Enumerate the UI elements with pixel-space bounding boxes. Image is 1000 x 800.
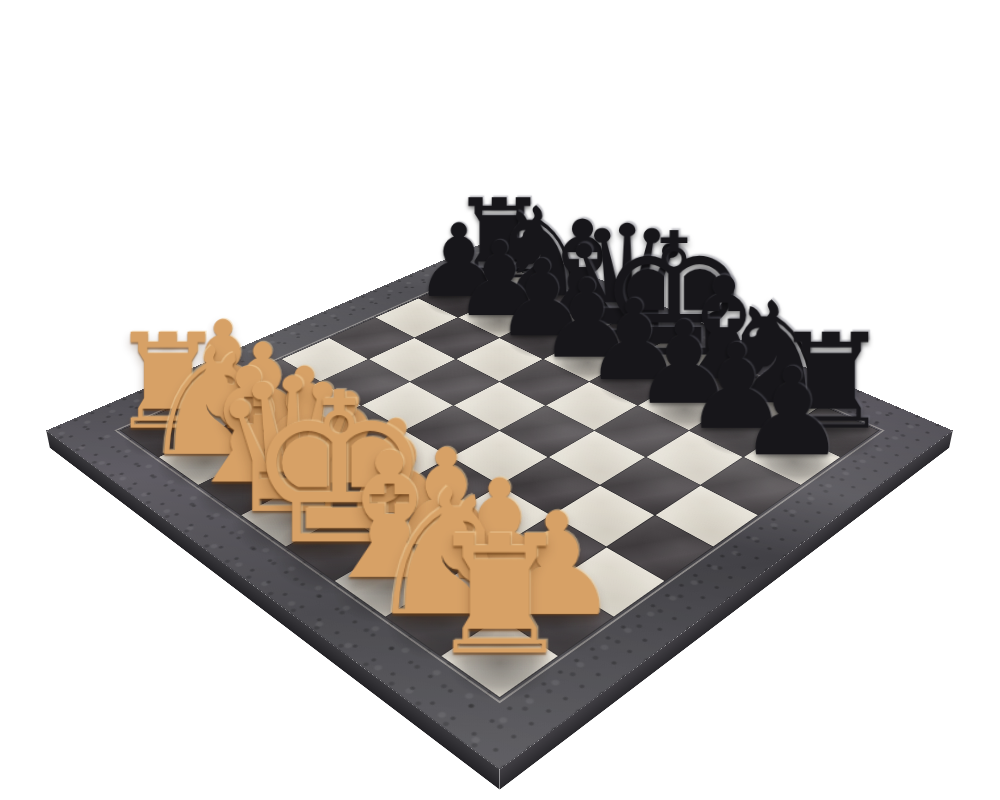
piece-white-rook-h1: ♜: [335, 513, 664, 678]
product-photo-stage: ♜♞♝♛♚♝♞♜♟♟♟♟♟♟♟♟♟♟♟♟♟♟♟♟♜♞♝♛♚♝♞♜: [0, 0, 1000, 800]
chess-board: ♜♞♝♛♚♝♞♜♟♟♟♟♟♟♟♟♟♟♟♟♟♟♟♟♜♞♝♛♚♝♞♜: [46, 236, 953, 769]
piece-black-pawn-h7: ♟: [671, 351, 914, 472]
pieces-layer: ♜♞♝♛♚♝♞♜♟♟♟♟♟♟♟♟♟♟♟♟♟♟♟♟♜♞♝♛♚♝♞♜: [46, 236, 953, 769]
